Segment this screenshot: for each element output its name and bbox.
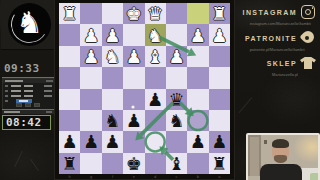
square-a8[interactable]: ♜ [209, 153, 230, 174]
black-pawn-piece[interactable]: ♟ [62, 131, 78, 152]
square-c6[interactable]: ♞ [166, 110, 187, 131]
square-e8[interactable]: ♚ [123, 153, 144, 174]
square-f6[interactable]: ♞ [102, 110, 123, 131]
square-f2[interactable]: ♟ [102, 24, 123, 45]
square-e6[interactable]: ♟ [123, 110, 144, 131]
channel-logo: ♞ [8, 3, 51, 46]
streamer-beard [274, 155, 287, 163]
panel-buttons [2, 103, 54, 108]
logo-ring [8, 3, 52, 47]
square-f7[interactable]: ♟ [102, 131, 123, 152]
promo-item-patronite: PATRONITEpatronite.pl/MarianczelloGambit [236, 30, 316, 53]
white-knight-piece[interactable]: ♞ [147, 25, 163, 46]
promo-url: patronite.pl/MarianczelloGambit [250, 47, 298, 52]
promo-label: SKLEP [267, 60, 297, 67]
square-e4[interactable] [123, 67, 144, 88]
square-g5[interactable] [80, 89, 101, 110]
square-c1[interactable] [166, 3, 187, 24]
square-g3[interactable]: ♟ [80, 46, 101, 67]
black-knight-piece[interactable]: ♞ [168, 110, 184, 131]
white-pawn-piece[interactable]: ♟ [211, 25, 227, 46]
white-rook-piece[interactable]: ♜ [211, 3, 227, 24]
white-rook-piece[interactable]: ♜ [62, 3, 78, 24]
square-d2[interactable]: ♞ [145, 24, 166, 45]
file-label-d: d [154, 174, 156, 179]
webcam-door-inner [250, 137, 259, 176]
instagram-icon [300, 4, 316, 20]
move-list-header [3, 79, 55, 83]
square-g2[interactable]: ♟ [80, 24, 101, 45]
white-bishop-piece[interactable]: ♝ [147, 46, 163, 67]
square-h8[interactable]: ♜ [59, 153, 80, 174]
square-d6[interactable] [145, 110, 166, 131]
square-h4[interactable] [59, 67, 80, 88]
black-pawn-piece[interactable]: ♟ [83, 131, 99, 152]
panel-button[interactable] [25, 103, 31, 107]
square-b6[interactable] [187, 110, 208, 131]
square-f4[interactable] [102, 67, 123, 88]
square-h7[interactable]: ♟ [59, 131, 80, 152]
streamer-shoulders [260, 164, 302, 180]
square-h5[interactable] [59, 89, 80, 110]
black-bishop-piece[interactable]: ♝ [168, 153, 184, 174]
promo-item-sklep: SKLEPMarianczello.pl [236, 55, 316, 78]
square-f5[interactable] [102, 89, 123, 110]
square-a1[interactable]: ♜ [209, 3, 230, 24]
white-pawn-piece[interactable]: ♟ [126, 46, 142, 67]
panel-button[interactable] [34, 103, 40, 107]
square-b4[interactable] [187, 67, 208, 88]
white-pawn-piece[interactable]: ♟ [83, 25, 99, 46]
square-g8[interactable] [80, 153, 101, 174]
file-label-h: h [69, 174, 71, 179]
active-clock-box: 08:42 [2, 115, 51, 130]
square-e1[interactable]: ♚ [123, 3, 144, 24]
white-pawn-piece[interactable]: ♟ [190, 25, 206, 46]
promo-url: Marianczello.pl [250, 72, 298, 77]
promo-label: PATRONITE [245, 35, 297, 42]
file-label-a: a [218, 174, 220, 179]
webcam-lamp-glow [292, 135, 318, 165]
chess-board-frame: ♜♚♛♜♟♟♞♟♟♟♞♟♝♟♟♛♞♟♞♟♟♟♟♟♜♚♝♜ hgfedcba [55, 0, 234, 179]
black-pawn-piece[interactable]: ♟ [211, 131, 227, 152]
patronite-drop-icon [300, 30, 316, 46]
file-label-e: e [133, 174, 135, 179]
square-d7[interactable] [145, 131, 166, 152]
square-b3[interactable] [187, 46, 208, 67]
square-a4[interactable] [209, 67, 230, 88]
square-g1[interactable] [80, 3, 101, 24]
move-row[interactable] [3, 89, 55, 93]
black-pawn-piece[interactable]: ♟ [147, 89, 163, 110]
promo-item-instagram: INSTAGRAMinstagram.com/MarianczelloGambi… [236, 4, 316, 27]
white-knight-piece[interactable]: ♞ [104, 46, 120, 67]
square-h3[interactable] [59, 46, 80, 67]
square-c4[interactable] [166, 67, 187, 88]
square-h1[interactable]: ♜ [59, 3, 80, 24]
webcam-wall-frame [264, 140, 267, 144]
chess-board: ♜♚♛♜♟♟♞♟♟♟♞♟♝♟♟♛♞♟♞♟♟♟♟♟♜♚♝♜ [59, 3, 230, 174]
square-h2[interactable] [59, 24, 80, 45]
black-clock: 08:42 [3, 116, 42, 129]
promo-label: INSTAGRAM [243, 9, 297, 16]
black-rook-piece[interactable]: ♜ [62, 153, 78, 174]
white-pawn-piece[interactable]: ♟ [168, 46, 184, 67]
black-king-piece[interactable]: ♚ [126, 153, 142, 174]
square-d1[interactable]: ♛ [145, 3, 166, 24]
promo-url: instagram.com/MarianczelloGambit [250, 21, 298, 26]
white-king-piece[interactable]: ♚ [126, 3, 142, 24]
square-a7[interactable]: ♟ [209, 131, 230, 152]
logo-tile: ♞ [1, 0, 55, 50]
square-f8[interactable] [102, 153, 123, 174]
square-f3[interactable]: ♞ [102, 46, 123, 67]
black-rook-piece[interactable]: ♜ [211, 153, 227, 174]
square-g4[interactable] [80, 67, 101, 88]
square-d5[interactable]: ♟ [145, 89, 166, 110]
move-row[interactable] [3, 94, 55, 98]
square-a3[interactable] [209, 46, 230, 67]
black-pawn-piece[interactable]: ♟ [104, 131, 120, 152]
square-e2[interactable] [123, 24, 144, 45]
black-queen-piece[interactable]: ♛ [168, 89, 184, 110]
square-g7[interactable]: ♟ [80, 131, 101, 152]
square-a5[interactable] [209, 89, 230, 110]
square-b8[interactable] [187, 153, 208, 174]
black-pawn-piece[interactable]: ♟ [190, 131, 206, 152]
square-d4[interactable] [145, 67, 166, 88]
white-queen-piece[interactable]: ♛ [147, 3, 163, 24]
square-a6[interactable] [209, 110, 230, 131]
streamer-hair [272, 139, 289, 148]
square-b5[interactable] [187, 89, 208, 110]
square-b1[interactable] [187, 3, 208, 24]
webcam-view [246, 133, 320, 180]
black-pawn-piece[interactable]: ♟ [126, 110, 142, 131]
tshirt-icon [300, 55, 316, 71]
square-a2[interactable]: ♟ [209, 24, 230, 45]
square-c2[interactable] [166, 24, 187, 45]
file-label-f: f [112, 174, 113, 179]
square-c3[interactable]: ♟ [166, 46, 187, 67]
square-d3[interactable]: ♝ [145, 46, 166, 67]
square-c5[interactable]: ♛ [166, 89, 187, 110]
clock-panel-header [2, 110, 54, 114]
square-b2[interactable]: ♟ [187, 24, 208, 45]
square-f1[interactable] [102, 3, 123, 24]
file-label-g: g [90, 174, 92, 179]
white-pawn-piece[interactable]: ♟ [104, 25, 120, 46]
square-h6[interactable] [59, 110, 80, 131]
move-row[interactable] [3, 84, 55, 88]
black-knight-piece[interactable]: ♞ [104, 110, 120, 131]
white-pawn-piece[interactable]: ♟ [83, 46, 99, 67]
square-d8[interactable] [145, 153, 166, 174]
file-label-c: c [176, 174, 178, 179]
white-clock: 09:33 [4, 62, 40, 75]
panel-button[interactable] [16, 103, 22, 107]
webcam-green-corner [310, 173, 320, 180]
square-c8[interactable]: ♝ [166, 153, 187, 174]
square-c7[interactable] [166, 131, 187, 152]
square-e5[interactable] [123, 89, 144, 110]
square-b7[interactable]: ♟ [187, 131, 208, 152]
square-e7[interactable] [123, 131, 144, 152]
square-g6[interactable] [80, 110, 101, 131]
file-label-b: b [197, 174, 199, 179]
square-e3[interactable]: ♟ [123, 46, 144, 67]
